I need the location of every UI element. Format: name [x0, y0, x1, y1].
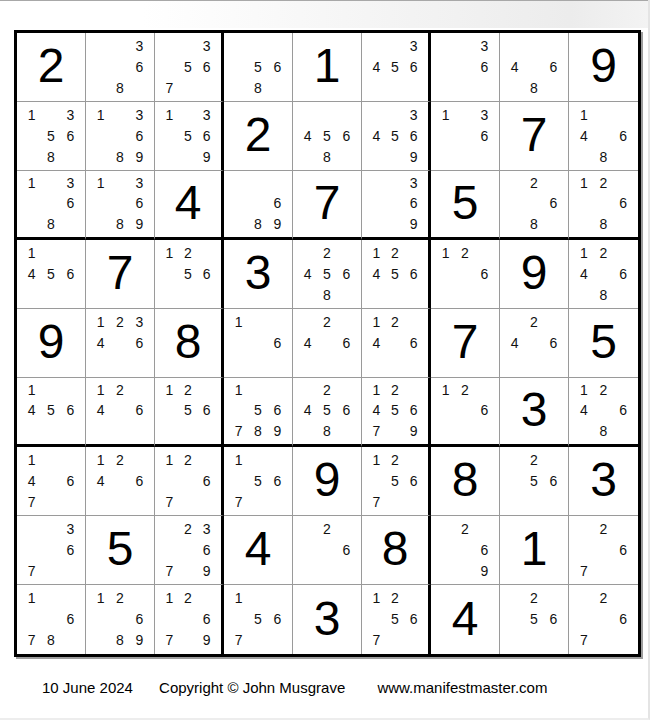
pencil-mark: 1 [22, 104, 41, 125]
cell-r1c5: 1 [293, 33, 362, 102]
pencil-mark [404, 284, 423, 305]
pencil-mark [475, 380, 494, 400]
pencil-mark [298, 242, 317, 263]
pencil-mark: 6 [197, 400, 216, 420]
pencil-mark: 6 [61, 125, 80, 146]
cell-r5c9: 5 [569, 309, 638, 378]
pencil-mark: 4 [91, 332, 110, 353]
pencil-mark: 1 [160, 449, 179, 470]
pencil-mark [574, 146, 594, 167]
given-digit: 9 [590, 42, 617, 92]
pencil-mark [229, 193, 248, 213]
pencil-mark: 7 [160, 77, 179, 98]
cell-r7c7: 8 [431, 447, 500, 516]
pencil-mark: 6 [544, 470, 563, 491]
footer-date: 10 June 2024 [42, 679, 133, 696]
cell-r9c9: 267 [569, 585, 638, 654]
pencil-mark [229, 470, 248, 491]
pencil-mark [337, 311, 356, 332]
pencil-marks: 36 [436, 35, 494, 98]
pencil-mark: 1 [229, 449, 248, 470]
pencil-mark [455, 284, 474, 305]
pencil-marks: 12456 [367, 242, 423, 305]
pencil-marks: 1368 [22, 173, 80, 234]
cell-r7c5: 9 [293, 447, 362, 516]
pencil-mark [160, 518, 179, 539]
pencil-mark: 2 [594, 587, 614, 608]
pencil-mark [594, 400, 614, 420]
pencil-mark [110, 332, 129, 353]
pencil-mark [337, 380, 356, 400]
pencil-mark: 8 [110, 146, 129, 167]
pencil-mark [160, 56, 179, 77]
pencil-mark: 2 [386, 449, 405, 470]
pencil-mark: 6 [404, 193, 423, 213]
pencil-marks: 4568 [298, 104, 356, 167]
pencil-mark: 2 [455, 380, 474, 400]
pencil-mark [130, 587, 149, 608]
pencil-mark [574, 518, 594, 539]
cell-r9c5: 3 [293, 585, 362, 654]
pencil-mark: 2 [179, 518, 198, 539]
pencil-mark: 6 [544, 56, 563, 77]
pencil-mark [475, 77, 494, 98]
pencil-mark [22, 193, 41, 213]
cell-r6c1: 1456 [17, 378, 86, 447]
cell-r1c8: 468 [500, 33, 569, 102]
pencil-mark: 4 [22, 470, 41, 491]
pencil-mark: 2 [317, 518, 336, 539]
pencil-mark: 6 [197, 608, 216, 629]
pencil-marks: 156789 [229, 380, 287, 441]
pencil-mark [91, 35, 110, 56]
pencil-marks: 13569 [160, 104, 216, 167]
pencil-mark: 6 [475, 539, 494, 560]
pencil-mark: 1 [91, 311, 110, 332]
pencil-mark: 2 [594, 173, 614, 193]
pencil-mark [110, 35, 129, 56]
pencil-mark [268, 491, 287, 512]
pencil-marks: 3456 [367, 35, 423, 98]
pencil-mark [436, 263, 455, 284]
pencil-mark [524, 35, 543, 56]
pencil-mark [229, 332, 248, 353]
pencil-marks: 1456 [22, 242, 80, 305]
pencil-mark: 6 [61, 400, 80, 420]
pencil-mark: 6 [613, 539, 633, 560]
pencil-marks: 12679 [160, 587, 216, 651]
pencil-mark: 3 [130, 311, 149, 332]
pencil-mark [229, 173, 248, 193]
pencil-mark: 9 [197, 560, 216, 581]
pencil-mark: 3 [404, 173, 423, 193]
cell-r5c8: 246 [500, 309, 569, 378]
pencil-mark [130, 380, 149, 400]
pencil-mark [268, 380, 287, 400]
pencil-mark: 9 [475, 560, 494, 581]
pencil-mark: 1 [367, 311, 386, 332]
given-digit: 9 [38, 318, 65, 368]
pencil-mark: 6 [613, 400, 633, 420]
pencil-mark [22, 421, 41, 441]
cell-r7c1: 1467 [17, 447, 86, 516]
page-top-strip [0, 0, 648, 28]
pencil-mark: 8 [594, 146, 614, 167]
pencil-mark [386, 77, 405, 98]
pencil-mark: 2 [594, 518, 614, 539]
pencil-mark [436, 284, 455, 305]
pencil-marks: 1567 [229, 587, 287, 651]
pencil-mark [505, 311, 524, 332]
pencil-mark [41, 242, 60, 263]
pencil-mark: 6 [130, 608, 149, 629]
pencil-mark: 1 [160, 104, 179, 125]
pencil-mark [229, 35, 248, 56]
pencil-mark [110, 470, 129, 491]
pencil-mark: 5 [248, 470, 267, 491]
pencil-mark: 5 [41, 400, 60, 420]
pencil-marks: 1246 [91, 380, 149, 441]
pencil-mark: 5 [386, 56, 405, 77]
pencil-mark [524, 491, 543, 512]
given-digit: 5 [590, 318, 617, 368]
pencil-mark [160, 400, 179, 420]
pencil-mark [248, 332, 267, 353]
pencil-mark: 6 [613, 193, 633, 213]
given-digit: 9 [521, 249, 548, 299]
pencil-mark [229, 400, 248, 420]
pencil-mark [505, 77, 524, 98]
pencil-mark [229, 214, 248, 234]
pencil-mark: 5 [317, 263, 336, 284]
pencil-mark: 6 [337, 400, 356, 420]
pencil-mark [337, 146, 356, 167]
pencil-mark: 1 [91, 104, 110, 125]
pencil-mark [367, 214, 386, 234]
pencil-mark [317, 539, 336, 560]
pencil-mark: 6 [613, 125, 633, 146]
pencil-mark: 5 [248, 400, 267, 420]
pencil-mark: 2 [455, 518, 474, 539]
pencil-mark [160, 125, 179, 146]
pencil-mark [594, 560, 614, 581]
pencil-marks: 1567 [229, 449, 287, 512]
pencil-mark [22, 146, 41, 167]
pencil-mark [22, 125, 41, 146]
pencil-mark [41, 470, 60, 491]
pencil-mark: 5 [179, 56, 198, 77]
pencil-mark [61, 242, 80, 263]
pencil-mark [436, 539, 455, 560]
pencil-mark [91, 77, 110, 98]
pencil-mark: 6 [544, 608, 563, 629]
cell-r3c3: 4 [155, 171, 224, 240]
pencil-mark [594, 193, 614, 213]
sudoku-board: 2368356756813456364689135681368913569245… [14, 30, 641, 657]
page: 2368356756813456364689135681368913569245… [0, 0, 650, 720]
pencil-mark [594, 608, 614, 629]
pencil-marks: 13689 [91, 173, 149, 234]
pencil-marks: 268 [505, 173, 563, 234]
pencil-mark [91, 56, 110, 77]
pencil-marks: 1268 [574, 173, 633, 234]
pencil-mark: 8 [110, 77, 129, 98]
pencil-mark: 8 [317, 284, 336, 305]
pencil-mark [613, 104, 633, 125]
pencil-mark: 8 [110, 630, 129, 651]
cell-r9c2: 12689 [86, 585, 155, 654]
pencil-mark [298, 284, 317, 305]
pencil-mark: 8 [524, 77, 543, 98]
pencil-marks: 267 [574, 518, 633, 581]
pencil-mark [91, 491, 110, 512]
pencil-mark [41, 587, 60, 608]
pencil-marks: 369 [367, 173, 423, 234]
pencil-marks: 24568 [298, 380, 356, 441]
cell-r7c4: 1567 [224, 447, 293, 516]
pencil-mark [455, 539, 474, 560]
pencil-mark: 1 [436, 104, 455, 125]
pencil-mark: 5 [524, 470, 543, 491]
pencil-mark: 3 [61, 104, 80, 125]
cell-r2c9: 1468 [569, 102, 638, 171]
cell-r4c1: 1456 [17, 240, 86, 309]
pencil-marks: 689 [229, 173, 287, 234]
pencil-mark: 4 [574, 263, 594, 284]
pencil-mark: 1 [160, 242, 179, 263]
pencil-mark [613, 518, 633, 539]
pencil-marks: 1245679 [367, 380, 423, 441]
pencil-mark: 6 [544, 193, 563, 213]
cell-r3c4: 689 [224, 171, 293, 240]
cell-r5c2: 12346 [86, 309, 155, 378]
pencil-mark: 2 [110, 587, 129, 608]
pencil-mark [613, 214, 633, 234]
pencil-mark [268, 173, 287, 193]
pencil-mark [61, 491, 80, 512]
pencil-mark [475, 284, 494, 305]
cell-r8c1: 367 [17, 516, 86, 585]
pencil-mark [455, 104, 474, 125]
pencil-mark [110, 608, 129, 629]
pencil-mark [386, 173, 405, 193]
pencil-mark [229, 77, 248, 98]
pencil-mark [544, 77, 563, 98]
given-digit: 7 [452, 318, 479, 368]
pencil-mark [22, 214, 41, 234]
pencil-marks: 1246 [91, 449, 149, 512]
cell-r8c8: 1 [500, 516, 569, 585]
given-digit: 8 [452, 456, 479, 506]
pencil-mark [505, 608, 524, 629]
pencil-mark [41, 608, 60, 629]
cell-r2c2: 13689 [86, 102, 155, 171]
pencil-mark [61, 284, 80, 305]
pencil-mark: 6 [130, 400, 149, 420]
pencil-mark [298, 353, 317, 374]
pencil-mark: 6 [404, 608, 423, 629]
cell-r2c8: 7 [500, 102, 569, 171]
pencil-mark: 1 [91, 380, 110, 400]
pencil-mark: 3 [475, 104, 494, 125]
pencil-mark [229, 353, 248, 374]
pencil-mark [41, 539, 60, 560]
pencil-mark [130, 449, 149, 470]
pencil-mark [404, 630, 423, 651]
pencil-mark: 4 [367, 56, 386, 77]
pencil-marks: 246 [298, 311, 356, 374]
pencil-mark: 6 [613, 608, 633, 629]
cell-r2c7: 136 [431, 102, 500, 171]
pencil-mark [179, 491, 198, 512]
cell-r1c1: 2 [17, 33, 86, 102]
pencil-mark [197, 284, 216, 305]
pencil-mark: 6 [130, 56, 149, 77]
pencil-mark [404, 311, 423, 332]
pencil-mark [337, 242, 356, 263]
pencil-mark: 6 [61, 539, 80, 560]
pencil-marks: 12567 [367, 449, 423, 512]
given-digit: 3 [590, 456, 617, 506]
pencil-mark: 6 [337, 332, 356, 353]
pencil-marks: 12468 [574, 380, 633, 441]
pencil-mark: 5 [41, 263, 60, 284]
pencil-mark: 6 [544, 332, 563, 353]
cell-r9c4: 1567 [224, 585, 293, 654]
pencil-mark [268, 449, 287, 470]
pencil-mark [455, 146, 474, 167]
pencil-mark [404, 491, 423, 512]
pencil-marks: 26 [298, 518, 356, 581]
pencil-mark [367, 353, 386, 374]
given-digit: 3 [314, 595, 341, 645]
pencil-mark [436, 421, 455, 441]
pencil-mark: 6 [475, 263, 494, 284]
pencil-mark [61, 560, 80, 581]
pencil-mark [61, 146, 80, 167]
pencil-mark: 9 [268, 421, 287, 441]
pencil-mark [160, 284, 179, 305]
pencil-mark [524, 353, 543, 374]
footer-website: www.manifestmaster.com [377, 679, 547, 696]
cell-r8c6: 8 [362, 516, 431, 585]
pencil-mark [455, 560, 474, 581]
pencil-mark: 2 [179, 587, 198, 608]
pencil-mark [544, 173, 563, 193]
pencil-mark: 5 [524, 608, 543, 629]
pencil-mark: 5 [386, 608, 405, 629]
pencil-mark: 2 [179, 449, 198, 470]
pencil-mark [298, 380, 317, 400]
cell-r3c2: 13689 [86, 171, 155, 240]
pencil-mark [22, 284, 41, 305]
pencil-marks: 1256 [160, 242, 216, 305]
cell-r7c9: 3 [569, 447, 638, 516]
pencil-mark: 2 [179, 242, 198, 263]
pencil-mark [248, 173, 267, 193]
pencil-mark: 3 [475, 35, 494, 56]
pencil-mark: 8 [248, 214, 267, 234]
pencil-marks: 367 [22, 518, 80, 581]
pencil-mark: 3 [61, 173, 80, 193]
cell-r1c7: 36 [431, 33, 500, 102]
given-digit: 4 [452, 595, 479, 645]
cell-r1c2: 368 [86, 33, 155, 102]
pencil-mark: 2 [386, 242, 405, 263]
cell-r9c8: 256 [500, 585, 569, 654]
pencil-marks: 13689 [91, 104, 149, 167]
pencil-mark [91, 630, 110, 651]
pencil-mark: 6 [337, 539, 356, 560]
pencil-mark: 6 [197, 56, 216, 77]
pencil-mark: 5 [41, 125, 60, 146]
pencil-mark: 8 [248, 77, 267, 98]
cell-r5c3: 8 [155, 309, 224, 378]
pencil-mark [61, 380, 80, 400]
pencil-mark: 1 [91, 449, 110, 470]
pencil-mark: 3 [130, 173, 149, 193]
pencil-mark [197, 242, 216, 263]
cell-r3c9: 1268 [569, 171, 638, 240]
pencil-mark [455, 77, 474, 98]
pencil-mark [268, 630, 287, 651]
pencil-mark [248, 311, 267, 332]
pencil-marks: 1678 [22, 587, 80, 651]
pencil-mark: 3 [197, 104, 216, 125]
cell-r6c5: 24568 [293, 378, 362, 447]
pencil-mark [386, 491, 405, 512]
pencil-mark: 2 [524, 311, 543, 332]
cell-r8c2: 5 [86, 516, 155, 585]
cell-r6c6: 1245679 [362, 378, 431, 447]
pencil-mark: 5 [386, 470, 405, 491]
pencil-mark [110, 193, 129, 213]
pencil-mark [574, 193, 594, 213]
pencil-mark: 1 [574, 104, 594, 125]
pencil-mark: 1 [160, 380, 179, 400]
pencil-mark: 7 [367, 630, 386, 651]
pencil-mark [367, 284, 386, 305]
cell-r2c4: 2 [224, 102, 293, 171]
pencil-mark [268, 77, 287, 98]
pencil-mark: 5 [317, 125, 336, 146]
pencil-mark [160, 539, 179, 560]
pencil-mark [524, 630, 543, 651]
pencil-mark [22, 539, 41, 560]
pencil-mark [475, 421, 494, 441]
pencil-mark [179, 104, 198, 125]
cell-r8c9: 267 [569, 516, 638, 585]
pencil-mark [248, 193, 267, 213]
pencil-mark [544, 449, 563, 470]
pencil-mark [317, 104, 336, 125]
cell-r6c9: 12468 [569, 378, 638, 447]
pencil-mark: 6 [404, 56, 423, 77]
cell-r2c3: 13569 [155, 102, 224, 171]
pencil-mark [110, 104, 129, 125]
pencil-mark: 9 [130, 630, 149, 651]
pencil-mark [505, 587, 524, 608]
pencil-marks: 1467 [22, 449, 80, 512]
pencil-mark: 5 [248, 56, 267, 77]
pencil-mark [61, 214, 80, 234]
pencil-mark: 8 [41, 214, 60, 234]
pencil-mark: 5 [317, 400, 336, 420]
pencil-marks: 24568 [298, 242, 356, 305]
pencil-mark [505, 491, 524, 512]
pencil-mark: 2 [179, 380, 198, 400]
pencil-marks: 368 [91, 35, 149, 98]
